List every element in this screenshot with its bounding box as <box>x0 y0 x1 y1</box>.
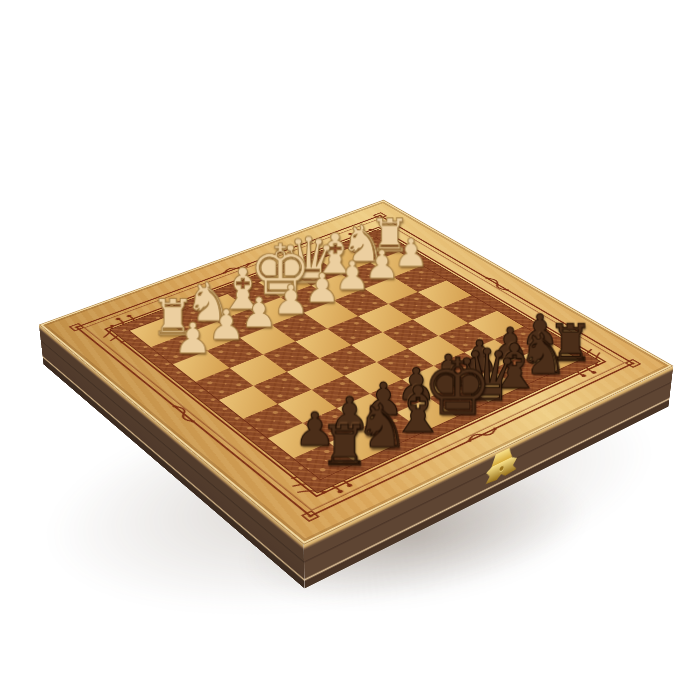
piece-black-rook[interactable]: ♜ <box>319 417 364 473</box>
product-photo-stage: ♜♞♝♚♛♝♞♜♟♟♟♟♟♟♟♟♟♟♟♟♟♟♟♟♜♞♝♚♛♝♞♜ <box>0 0 700 700</box>
piece-white-pawn[interactable]: ♟ <box>172 317 213 360</box>
